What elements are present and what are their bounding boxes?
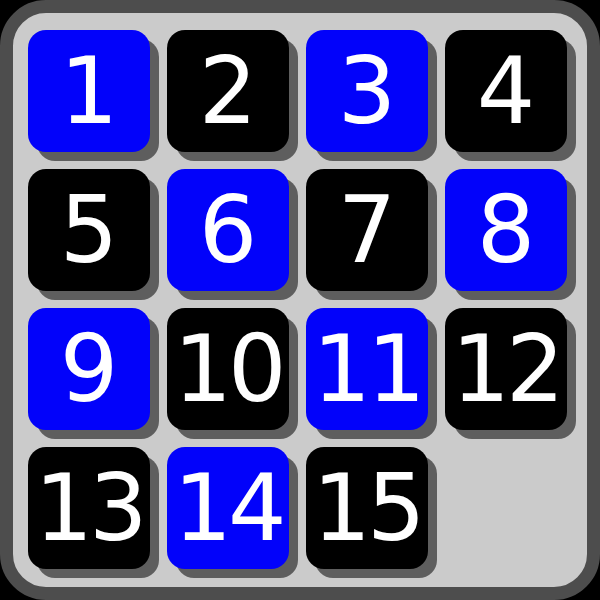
tile-7[interactable]: 7 — [306, 169, 428, 291]
tile-6[interactable]: 6 — [167, 169, 289, 291]
empty-cell — [445, 447, 567, 569]
tile-4[interactable]: 4 — [445, 30, 567, 152]
tile-14[interactable]: 14 — [167, 447, 289, 569]
puzzle-board: 123456789101112131415 — [0, 0, 600, 600]
tile-10[interactable]: 10 — [167, 308, 289, 430]
tile-15[interactable]: 15 — [306, 447, 428, 569]
tile-1[interactable]: 1 — [28, 30, 150, 152]
tile-12[interactable]: 12 — [445, 308, 567, 430]
tile-8[interactable]: 8 — [445, 169, 567, 291]
tile-13[interactable]: 13 — [28, 447, 150, 569]
tile-grid: 123456789101112131415 — [28, 30, 587, 569]
tile-11[interactable]: 11 — [306, 308, 428, 430]
tile-2[interactable]: 2 — [167, 30, 289, 152]
tile-9[interactable]: 9 — [28, 308, 150, 430]
tile-5[interactable]: 5 — [28, 169, 150, 291]
tile-3[interactable]: 3 — [306, 30, 428, 152]
